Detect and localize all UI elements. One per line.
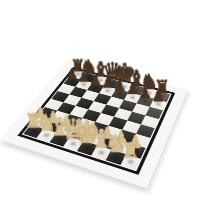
black-pawn-icon: ♟ bbox=[114, 80, 127, 94]
black-pawn-icon: ♟ bbox=[101, 77, 114, 91]
black-pawn-icon: ♟ bbox=[78, 71, 90, 85]
black-pawn-icon: ♟ bbox=[126, 83, 139, 97]
chess-set-product-photo: ♜♞♝♛♚♝♞♜♟♟♟♟♟♟♟♟♟♟♟♟♟♟♟♟♜♞♝♛♚♝♞♜ bbox=[0, 0, 200, 200]
board-sheet: ♜♞♝♛♚♝♞♜♟♟♟♟♟♟♟♟♟♟♟♟♟♟♟♟♜♞♝♛♚♝♞♜ bbox=[1, 60, 188, 189]
black-pawn-icon: ♟ bbox=[89, 74, 102, 88]
pieces-layer: ♜♞♝♛♚♝♞♜♟♟♟♟♟♟♟♟♟♟♟♟♟♟♟♟♜♞♝♛♚♝♞♜ bbox=[23, 70, 170, 170]
black-pawn-icon: ♟ bbox=[66, 68, 78, 82]
white-rook-icon: ♜ bbox=[121, 140, 140, 162]
black-pawn-icon: ♟ bbox=[139, 86, 152, 101]
board-3d-scene: ♜♞♝♛♚♝♞♜♟♟♟♟♟♟♟♟♟♟♟♟♟♟♟♟♜♞♝♛♚♝♞♜ bbox=[0, 0, 200, 200]
black-pawn-icon: ♟ bbox=[152, 90, 165, 105]
